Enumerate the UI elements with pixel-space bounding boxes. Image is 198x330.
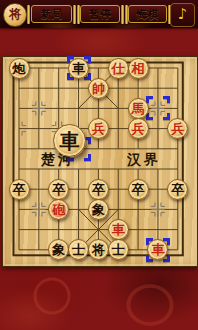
new-game-button[interactable]: 新局 [31, 5, 72, 23]
piece-red-帥[interactable]: 帥 [88, 78, 109, 99]
piece-red-兵[interactable]: 兵 [128, 118, 149, 139]
piece-black-車[interactable]: 車 [68, 58, 89, 79]
undo-move-button[interactable]: 悔棋 [128, 5, 167, 23]
app-piece-icon: 将 [3, 3, 27, 27]
toolbar: 将 新局 暂停 悔棋 ♪ [0, 0, 198, 28]
piece-black-卒[interactable]: 卒 [9, 179, 30, 200]
xiangqi-app-screen: 将 新局 暂停 悔棋 ♪ 楚河 汉界 炮車仕相帥馬兵兵兵車卒卒卒卒卒砲象車象士将… [0, 0, 198, 330]
piece-black-炮[interactable]: 炮 [9, 58, 30, 79]
xiangqi-board: 楚河 汉界 炮車仕相帥馬兵兵兵車卒卒卒卒卒砲象車象士将士車 [2, 56, 198, 267]
pause-button[interactable]: 暂停 [80, 5, 120, 23]
piece-black-象[interactable]: 象 [88, 199, 109, 220]
gold-divider-bar [73, 5, 76, 24]
music-note-icon[interactable]: ♪ [170, 3, 195, 27]
piece-red-仕[interactable]: 仕 [108, 58, 129, 79]
piece-black-士[interactable]: 士 [108, 239, 129, 260]
piece-black-卒[interactable]: 卒 [167, 179, 188, 200]
piece-red-馬[interactable]: 馬 [128, 98, 149, 119]
river-label-han-jie: 汉界 [127, 151, 161, 169]
piece-red-兵[interactable]: 兵 [88, 118, 109, 139]
piece-black-卒[interactable]: 卒 [128, 179, 149, 200]
piece-black-卒[interactable]: 卒 [88, 179, 109, 200]
piece-red-砲[interactable]: 砲 [48, 199, 69, 220]
gold-divider-bar [27, 5, 30, 24]
piece-red-車[interactable]: 車 [108, 219, 129, 240]
gold-divider-bar [121, 5, 124, 24]
piece-black-卒[interactable]: 卒 [48, 179, 69, 200]
piece-red-相[interactable]: 相 [128, 58, 149, 79]
